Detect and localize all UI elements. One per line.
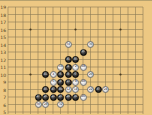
stone-white[interactable]: 10 [80, 79, 87, 86]
move-number: 28 [44, 103, 47, 106]
move-number: 18 [81, 65, 84, 68]
row-label: 13 [0, 50, 6, 55]
stone-black[interactable]: 19 [57, 86, 64, 93]
stone-white[interactable]: 18 [80, 64, 87, 71]
stone-black[interactable]: 33 [72, 56, 79, 63]
stone-black[interactable]: 37 [95, 86, 102, 93]
stone-white[interactable]: 26 [80, 94, 87, 101]
move-number: 20 [89, 73, 92, 76]
move-number: 30 [36, 103, 39, 106]
stone-white[interactable]: 32 [57, 101, 64, 108]
stone-black[interactable]: 11 [42, 71, 49, 78]
row-label: 19 [0, 5, 6, 10]
move-number: 22 [89, 88, 92, 91]
stone-black[interactable]: 5 [57, 71, 64, 78]
move-number: 2 [75, 65, 77, 68]
move-number: 24 [104, 88, 107, 91]
stone-black[interactable]: 35 [80, 49, 87, 56]
row-label: 9 [0, 80, 6, 85]
move-number: 12 [66, 88, 69, 91]
row-label: 10 [0, 72, 6, 77]
move-number: 10 [81, 80, 84, 83]
stone-black[interactable]: 25 [42, 94, 49, 101]
stone-white[interactable]: 24 [102, 86, 109, 93]
move-number: 16 [59, 65, 62, 68]
stone-black[interactable]: 23 [57, 94, 64, 101]
move-number: 1 [67, 65, 69, 68]
move-number: 7 [75, 73, 77, 76]
row-label: 16 [0, 27, 6, 32]
stone-black[interactable]: 31 [65, 56, 72, 63]
stone-black[interactable]: 9 [57, 79, 64, 86]
row-label: 17 [0, 20, 6, 25]
stone-white[interactable]: 34 [65, 41, 72, 48]
row-label: 14 [0, 42, 6, 47]
go-board[interactable]: 1918171615141312111098765 34363531331612… [0, 0, 152, 114]
move-number: 4 [52, 73, 54, 76]
stone-black[interactable]: 29 [65, 94, 72, 101]
move-number: 35 [81, 50, 84, 53]
row-label: 7 [0, 95, 6, 100]
stone-black[interactable]: 3 [65, 71, 72, 78]
move-number: 26 [81, 95, 84, 98]
move-number: 21 [51, 95, 54, 98]
move-number: 27 [36, 95, 39, 98]
stone-white[interactable]: 28 [42, 101, 49, 108]
move-number: 23 [59, 95, 62, 98]
move-number: 29 [66, 95, 69, 98]
row-label: 8 [0, 87, 6, 92]
move-number: 14 [74, 88, 77, 91]
move-number: 34 [66, 43, 69, 46]
stone-black[interactable]: 17 [50, 86, 57, 93]
move-number: 3 [67, 73, 69, 76]
move-number: 19 [59, 88, 62, 91]
star-point [29, 28, 31, 30]
row-label: 6 [0, 102, 6, 107]
stone-white[interactable]: 12 [65, 86, 72, 93]
row-label: 18 [0, 12, 6, 17]
stone-black[interactable]: 1 [65, 64, 72, 71]
move-number: 36 [89, 43, 92, 46]
move-number: 15 [44, 88, 47, 91]
move-number: 8 [75, 80, 77, 83]
stone-white[interactable]: 8 [72, 79, 79, 86]
move-number: 33 [74, 58, 77, 61]
move-number: 32 [59, 103, 62, 106]
stone-white[interactable]: 30 [35, 101, 42, 108]
star-point [29, 73, 31, 75]
move-number: 17 [51, 88, 54, 91]
star-point [74, 28, 76, 30]
stone-white[interactable]: 20 [87, 71, 94, 78]
stone-white[interactable]: 4 [50, 71, 57, 78]
move-number: 31 [66, 58, 69, 61]
stone-white[interactable]: 2 [72, 64, 79, 71]
move-number: 25 [44, 95, 47, 98]
stone-white[interactable]: 16 [57, 64, 64, 71]
stone-black[interactable]: 13 [65, 79, 72, 86]
stone-black[interactable]: 21 [50, 94, 57, 101]
move-number: 6 [52, 80, 54, 83]
row-label: 12 [0, 57, 6, 62]
stone-black[interactable]: 15 [42, 86, 49, 93]
stone-white[interactable]: 36 [87, 41, 94, 48]
move-number: 11 [44, 73, 47, 76]
row-label: 15 [0, 35, 6, 40]
stone-black[interactable]: 27 [35, 94, 42, 101]
move-number: 13 [66, 80, 69, 83]
stone-black[interactable]: 7 [72, 71, 79, 78]
stone-white[interactable]: 14 [72, 86, 79, 93]
stone-black[interactable]: 39 [72, 94, 79, 101]
move-number: 9 [60, 80, 62, 83]
star-point [119, 73, 121, 75]
row-label: 5 [0, 110, 6, 115]
star-point [119, 28, 121, 30]
stone-white[interactable]: 6 [50, 79, 57, 86]
row-label: 11 [0, 65, 6, 70]
stone-white[interactable]: 22 [87, 86, 94, 93]
move-number: 37 [96, 88, 99, 91]
move-number: 5 [60, 73, 62, 76]
move-number: 39 [74, 95, 77, 98]
